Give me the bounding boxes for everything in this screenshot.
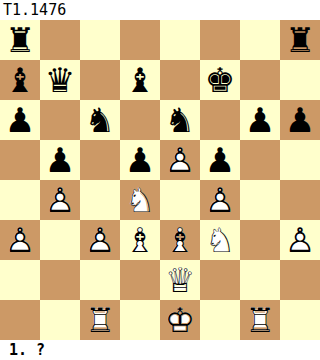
square-e5[interactable]: ♟♙ bbox=[160, 140, 200, 180]
square-c3[interactable]: ♟♙ bbox=[80, 220, 120, 260]
piece-white-pawn: ♙ bbox=[80, 220, 120, 260]
square-b7[interactable]: ♛ bbox=[40, 60, 80, 100]
square-c5[interactable] bbox=[80, 140, 120, 180]
piece-black-pawn: ♟ bbox=[240, 100, 280, 140]
piece-black-knight: ♞ bbox=[80, 100, 120, 140]
square-e4[interactable] bbox=[160, 180, 200, 220]
piece-white-knight: ♘ bbox=[200, 220, 240, 260]
square-d5[interactable]: ♟ bbox=[120, 140, 160, 180]
square-e3[interactable]: ♝♗ bbox=[160, 220, 200, 260]
square-f7[interactable]: ♚ bbox=[200, 60, 240, 100]
puzzle-id: T1.1476 bbox=[0, 0, 320, 20]
square-b4[interactable]: ♟♙ bbox=[40, 180, 80, 220]
piece-white-rook: ♖ bbox=[240, 300, 280, 340]
square-f4[interactable]: ♟♙ bbox=[200, 180, 240, 220]
chess-board: ♜♜♝♛♝♚♟♞♞♟♟♟♟♟♙♟♟♙♞♘♟♙♟♙♟♙♝♗♝♗♞♘♟♙♛♕♜♖♚♔… bbox=[0, 20, 320, 340]
square-a7[interactable]: ♝ bbox=[0, 60, 40, 100]
square-g4[interactable] bbox=[240, 180, 280, 220]
piece-white-pawn: ♙ bbox=[200, 180, 240, 220]
square-b8[interactable] bbox=[40, 20, 80, 60]
square-a1[interactable] bbox=[0, 300, 40, 340]
piece-white-pawn: ♙ bbox=[280, 220, 320, 260]
square-a6[interactable]: ♟ bbox=[0, 100, 40, 140]
piece-black-pawn: ♟ bbox=[200, 140, 240, 180]
piece-white-knight: ♘ bbox=[120, 180, 160, 220]
square-e6[interactable]: ♞ bbox=[160, 100, 200, 140]
piece-black-pawn: ♟ bbox=[120, 140, 160, 180]
square-f8[interactable] bbox=[200, 20, 240, 60]
square-c4[interactable] bbox=[80, 180, 120, 220]
piece-black-rook: ♜ bbox=[0, 20, 40, 60]
square-a5[interactable] bbox=[0, 140, 40, 180]
square-a3[interactable]: ♟♙ bbox=[0, 220, 40, 260]
square-d2[interactable] bbox=[120, 260, 160, 300]
square-b2[interactable] bbox=[40, 260, 80, 300]
piece-white-queen: ♕ bbox=[160, 260, 200, 300]
piece-white-pawn: ♙ bbox=[40, 180, 80, 220]
square-f6[interactable] bbox=[200, 100, 240, 140]
piece-black-king: ♚ bbox=[200, 60, 240, 100]
square-d7[interactable]: ♝ bbox=[120, 60, 160, 100]
square-d4[interactable]: ♞♘ bbox=[120, 180, 160, 220]
square-e2[interactable]: ♛♕ bbox=[160, 260, 200, 300]
square-d6[interactable] bbox=[120, 100, 160, 140]
square-h7[interactable] bbox=[280, 60, 320, 100]
piece-white-pawn: ♙ bbox=[160, 140, 200, 180]
piece-black-queen: ♛ bbox=[40, 60, 80, 100]
square-c1[interactable]: ♜♖ bbox=[80, 300, 120, 340]
square-g8[interactable] bbox=[240, 20, 280, 60]
square-d8[interactable] bbox=[120, 20, 160, 60]
square-e7[interactable] bbox=[160, 60, 200, 100]
square-h8[interactable]: ♜ bbox=[280, 20, 320, 60]
square-f1[interactable] bbox=[200, 300, 240, 340]
piece-black-rook: ♜ bbox=[280, 20, 320, 60]
square-b6[interactable] bbox=[40, 100, 80, 140]
square-c7[interactable] bbox=[80, 60, 120, 100]
square-a4[interactable] bbox=[0, 180, 40, 220]
square-c2[interactable] bbox=[80, 260, 120, 300]
square-b1[interactable] bbox=[40, 300, 80, 340]
square-g3[interactable] bbox=[240, 220, 280, 260]
square-g5[interactable] bbox=[240, 140, 280, 180]
square-f5[interactable]: ♟ bbox=[200, 140, 240, 180]
square-d1[interactable] bbox=[120, 300, 160, 340]
square-h5[interactable] bbox=[280, 140, 320, 180]
piece-white-king: ♔ bbox=[160, 300, 200, 340]
square-f2[interactable] bbox=[200, 260, 240, 300]
square-h4[interactable] bbox=[280, 180, 320, 220]
piece-black-pawn: ♟ bbox=[280, 100, 320, 140]
square-h1[interactable] bbox=[280, 300, 320, 340]
piece-black-pawn: ♟ bbox=[0, 100, 40, 140]
piece-black-bishop: ♝ bbox=[120, 60, 160, 100]
square-g7[interactable] bbox=[240, 60, 280, 100]
piece-black-pawn: ♟ bbox=[40, 140, 80, 180]
piece-white-rook: ♖ bbox=[80, 300, 120, 340]
square-h2[interactable] bbox=[280, 260, 320, 300]
piece-black-bishop: ♝ bbox=[0, 60, 40, 100]
square-a8[interactable]: ♜ bbox=[0, 20, 40, 60]
piece-white-pawn: ♙ bbox=[0, 220, 40, 260]
square-a2[interactable] bbox=[0, 260, 40, 300]
square-f3[interactable]: ♞♘ bbox=[200, 220, 240, 260]
square-g6[interactable]: ♟ bbox=[240, 100, 280, 140]
square-c8[interactable] bbox=[80, 20, 120, 60]
piece-white-bishop: ♗ bbox=[120, 220, 160, 260]
square-h3[interactable]: ♟♙ bbox=[280, 220, 320, 260]
square-g2[interactable] bbox=[240, 260, 280, 300]
square-d3[interactable]: ♝♗ bbox=[120, 220, 160, 260]
square-e1[interactable]: ♚♔ bbox=[160, 300, 200, 340]
piece-white-bishop: ♗ bbox=[160, 220, 200, 260]
square-h6[interactable]: ♟ bbox=[280, 100, 320, 140]
square-e8[interactable] bbox=[160, 20, 200, 60]
square-c6[interactable]: ♞ bbox=[80, 100, 120, 140]
square-b3[interactable] bbox=[40, 220, 80, 260]
piece-black-knight: ♞ bbox=[160, 100, 200, 140]
square-g1[interactable]: ♜♖ bbox=[240, 300, 280, 340]
square-b5[interactable]: ♟ bbox=[40, 140, 80, 180]
move-prompt: 1. ? bbox=[0, 340, 320, 360]
